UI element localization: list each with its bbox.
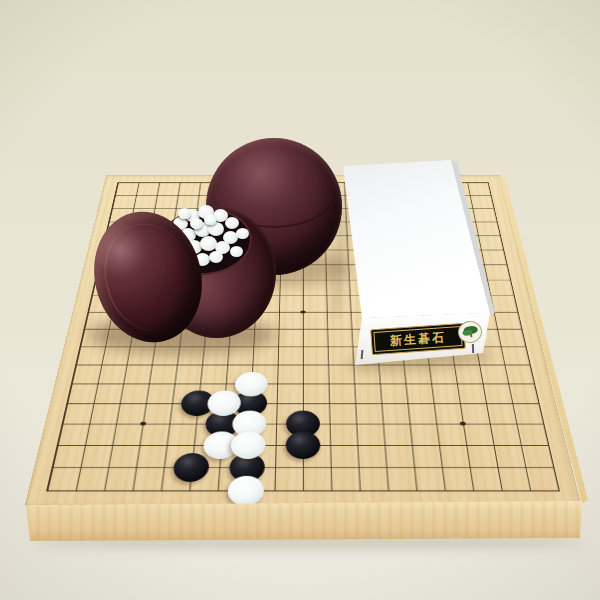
bowl-white-stone (204, 214, 217, 225)
black-stone[interactable]: ● (286, 432, 321, 460)
bowl-white-stone (209, 251, 223, 263)
board-front-edge (25, 501, 582, 542)
white-stone[interactable]: ○ (227, 476, 264, 506)
box-label-frame: 新生碁石 (373, 326, 462, 352)
bowl-white-stone (190, 218, 203, 229)
black-stone[interactable]: ● (172, 453, 210, 482)
white-stone[interactable]: ○ (230, 432, 266, 460)
white-stone[interactable]: ○ (235, 372, 269, 396)
pine-tree-icon (460, 323, 480, 341)
white-stone[interactable]: ○ (207, 391, 242, 416)
box-label: 新生碁石 (370, 323, 466, 355)
star-point (460, 422, 467, 426)
bowl-white-stone (230, 246, 243, 257)
bowl-white-stone (200, 236, 217, 251)
box-flap-slit-left (361, 350, 364, 359)
box-label-text: 新生碁石 (390, 331, 447, 347)
go-set-product-photo: ●●●●●●●○○○○○○ 新生碁石 (0, 0, 600, 600)
star-point (300, 310, 305, 313)
star-point (139, 422, 146, 426)
bowl-white-stone (178, 208, 191, 219)
bowl-white-stone (225, 217, 239, 229)
box-flap-slit-right (472, 344, 474, 353)
